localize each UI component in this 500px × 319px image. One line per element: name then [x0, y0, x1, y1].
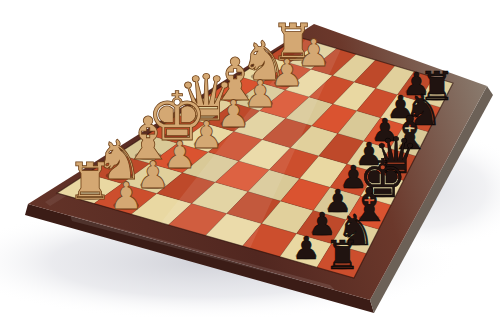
chess-set-photo: ♜♟♞♟♟♝♜♟♛♟♞♟♚♟♟♝♝♟♟♛♞♟♟♜♚♟♟♝♟♞♟♜ [0, 0, 500, 319]
black-pawn-h7[interactable]: ♟ [292, 230, 320, 266]
white-rook-h1[interactable]: ♜ [67, 152, 113, 211]
white-pawn-h2[interactable]: ♟ [109, 174, 143, 218]
black-rook-h8[interactable]: ♜ [324, 232, 360, 278]
chess-board: ♜♟♞♟♟♝♜♟♛♟♞♟♚♟♟♝♝♟♟♛♞♟♟♜♚♟♟♝♟♞♟♜ [0, 0, 500, 319]
